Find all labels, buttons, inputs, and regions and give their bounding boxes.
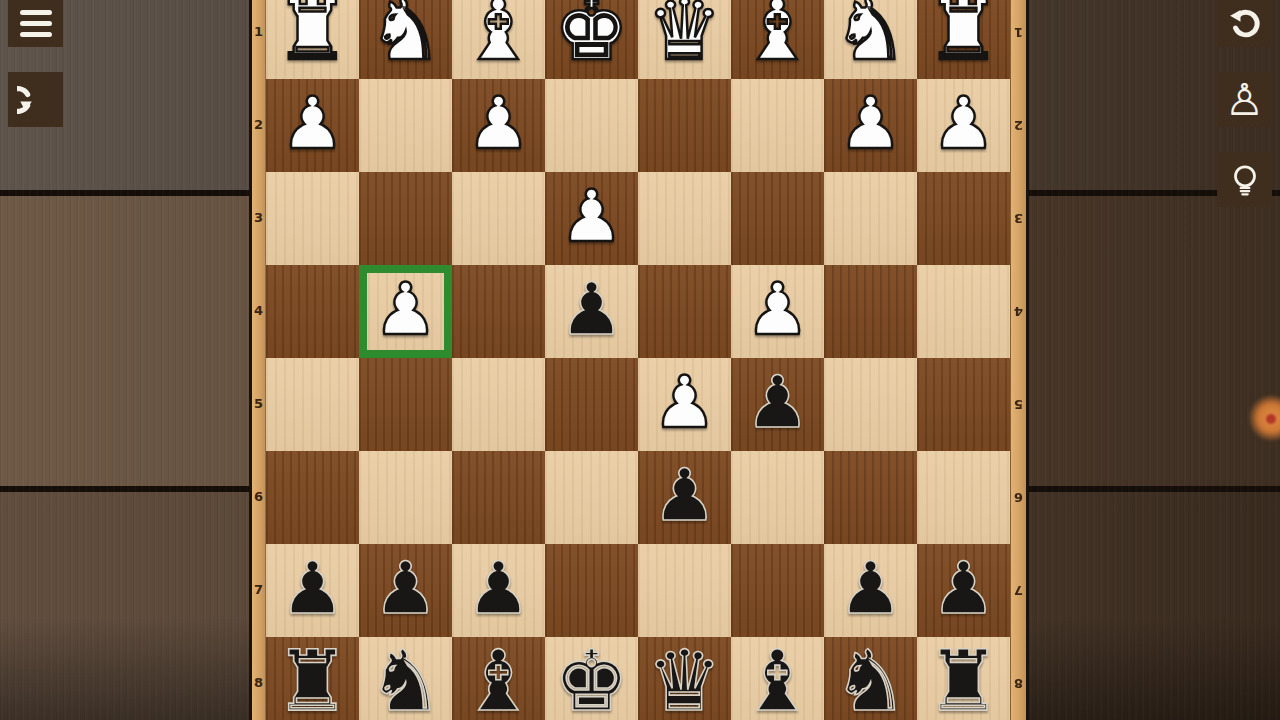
white-pawn-h2[interactable]: ♟ (280, 87, 345, 159)
rank-label-right-1: 1 (1011, 24, 1026, 40)
square-d7[interactable] (638, 544, 731, 637)
square-g7[interactable]: ♟ (359, 544, 452, 637)
square-f5[interactable] (452, 358, 545, 451)
square-g3[interactable] (359, 172, 452, 265)
undo-button[interactable] (1217, 0, 1272, 47)
square-e8[interactable]: ♚ (545, 637, 638, 720)
square-c3[interactable] (731, 172, 824, 265)
rank-label-left-5: 5 (252, 396, 265, 412)
white-rook-h1[interactable]: ♜ (275, 0, 350, 72)
app-screen: 12345678 12345678 ♜♞♝♚♛♝♞♜♟♟♟♟♟♟♟♟♟♟♟♟♟♟… (0, 0, 1280, 720)
black-pawn-e4[interactable]: ♟ (559, 273, 624, 345)
square-e2[interactable] (545, 79, 638, 172)
square-c7[interactable] (731, 544, 824, 637)
square-a2[interactable]: ♟ (917, 79, 1010, 172)
black-knight-g8[interactable]: ♞ (368, 639, 443, 720)
rank-label-left-7: 7 (252, 582, 265, 598)
board-frame-left: 12345678 (249, 0, 266, 720)
square-b7[interactable]: ♟ (824, 544, 917, 637)
square-f1[interactable]: ♝ (452, 0, 545, 79)
black-rook-h8[interactable]: ♜ (275, 639, 350, 720)
white-pawn-b2[interactable]: ♟ (838, 87, 903, 159)
square-f6[interactable] (452, 451, 545, 544)
rank-label-left-8: 8 (252, 675, 265, 691)
flip-board-button[interactable] (8, 72, 63, 127)
square-c8[interactable]: ♝ (731, 637, 824, 720)
white-pawn-icon: ♙ (1225, 78, 1264, 122)
white-pawn-d5[interactable]: ♟ (652, 366, 717, 438)
square-d1[interactable]: ♛ (638, 0, 731, 79)
square-h5[interactable] (266, 358, 359, 451)
rank-label-left-6: 6 (252, 489, 265, 505)
square-h8[interactable]: ♜ (266, 637, 359, 720)
piece-set-button[interactable]: ♙ (1217, 72, 1272, 127)
black-rook-a8[interactable]: ♜ (926, 639, 1001, 720)
undo-arrow-icon (1227, 5, 1263, 41)
black-pawn-d6[interactable]: ♟ (652, 459, 717, 531)
square-e5[interactable] (545, 358, 638, 451)
white-bishop-f1[interactable]: ♝ (461, 0, 536, 72)
square-d6[interactable]: ♟ (638, 451, 731, 544)
white-bishop-c1[interactable]: ♝ (740, 0, 815, 72)
white-pawn-e3[interactable]: ♟ (559, 180, 624, 252)
square-c4[interactable]: ♟ (731, 265, 824, 358)
square-b5[interactable] (824, 358, 917, 451)
square-h4[interactable] (266, 265, 359, 358)
square-f7[interactable]: ♟ (452, 544, 545, 637)
square-d8[interactable]: ♛ (638, 637, 731, 720)
white-pawn-g4[interactable]: ♟ (373, 273, 438, 345)
rank-label-right-6: 6 (1011, 489, 1026, 505)
black-pawn-f7[interactable]: ♟ (466, 552, 531, 624)
square-a7[interactable]: ♟ (917, 544, 1010, 637)
hint-button[interactable] (1217, 152, 1272, 207)
square-h2[interactable]: ♟ (266, 79, 359, 172)
black-bishop-f8[interactable]: ♝ (461, 639, 536, 720)
square-g1[interactable]: ♞ (359, 0, 452, 79)
white-knight-b1[interactable]: ♞ (833, 0, 908, 72)
square-e7[interactable] (545, 544, 638, 637)
rank-label-right-8: 8 (1011, 675, 1026, 691)
black-knight-b8[interactable]: ♞ (833, 639, 908, 720)
square-a3[interactable] (917, 172, 1010, 265)
square-a1[interactable]: ♜ (917, 0, 1010, 79)
square-f2[interactable]: ♟ (452, 79, 545, 172)
white-pawn-c4[interactable]: ♟ (745, 273, 810, 345)
square-e6[interactable] (545, 451, 638, 544)
white-queen-d1[interactable]: ♛ (647, 0, 722, 72)
square-c5[interactable]: ♟ (731, 358, 824, 451)
square-b1[interactable]: ♞ (824, 0, 917, 79)
board-frame-right: 12345678 (1010, 0, 1029, 720)
square-c2[interactable] (731, 79, 824, 172)
rank-label-left-2: 2 (252, 117, 265, 133)
square-b4[interactable] (824, 265, 917, 358)
square-a5[interactable] (917, 358, 1010, 451)
black-bishop-c8[interactable]: ♝ (740, 639, 815, 720)
menu-button[interactable] (8, 0, 63, 47)
square-d3[interactable] (638, 172, 731, 265)
square-a6[interactable] (917, 451, 1010, 544)
orange-light-dot-core (1266, 414, 1276, 424)
rank-label-left-1: 1 (252, 24, 265, 40)
rotate-icon (17, 81, 55, 119)
square-c1[interactable]: ♝ (731, 0, 824, 79)
square-a4[interactable] (917, 265, 1010, 358)
square-b3[interactable] (824, 172, 917, 265)
square-a8[interactable]: ♜ (917, 637, 1010, 720)
black-pawn-c5[interactable]: ♟ (745, 366, 810, 438)
square-g6[interactable] (359, 451, 452, 544)
square-g4[interactable]: ♟ (359, 265, 452, 358)
square-c6[interactable] (731, 451, 824, 544)
black-pawn-b7[interactable]: ♟ (838, 552, 903, 624)
square-h7[interactable]: ♟ (266, 544, 359, 637)
rank-label-right-7: 7 (1011, 582, 1026, 598)
square-e4[interactable]: ♟ (545, 265, 638, 358)
square-h6[interactable] (266, 451, 359, 544)
rank-label-right-4: 4 (1011, 303, 1026, 319)
square-d4[interactable] (638, 265, 731, 358)
square-b2[interactable]: ♟ (824, 79, 917, 172)
black-queen-d8[interactable]: ♛ (647, 639, 722, 720)
white-rook-a1[interactable]: ♜ (926, 0, 1001, 72)
white-knight-g1[interactable]: ♞ (368, 0, 443, 72)
square-h3[interactable] (266, 172, 359, 265)
rank-label-right-2: 2 (1011, 117, 1026, 133)
square-b6[interactable] (824, 451, 917, 544)
square-d5[interactable]: ♟ (638, 358, 731, 451)
black-king-e8[interactable]: ♚ (554, 639, 629, 720)
square-e3[interactable]: ♟ (545, 172, 638, 265)
white-pawn-a2[interactable]: ♟ (931, 87, 996, 159)
hamburger-icon (20, 10, 52, 37)
black-pawn-a7[interactable]: ♟ (931, 552, 996, 624)
square-g2[interactable] (359, 79, 452, 172)
square-b8[interactable]: ♞ (824, 637, 917, 720)
square-e1[interactable]: ♚ (545, 0, 638, 79)
square-f8[interactable]: ♝ (452, 637, 545, 720)
square-g8[interactable]: ♞ (359, 637, 452, 720)
rank-label-left-4: 4 (252, 303, 265, 319)
black-pawn-h7[interactable]: ♟ (280, 552, 345, 624)
square-d2[interactable] (638, 79, 731, 172)
square-h1[interactable]: ♜ (266, 0, 359, 79)
chess-board: ♜♞♝♚♛♝♞♜♟♟♟♟♟♟♟♟♟♟♟♟♟♟♟♟♜♞♝♚♛♝♞♜ (266, 0, 1010, 720)
black-pawn-g7[interactable]: ♟ (373, 552, 438, 624)
white-pawn-f2[interactable]: ♟ (466, 87, 531, 159)
white-king-e1[interactable]: ♚ (554, 0, 629, 72)
square-f3[interactable] (452, 172, 545, 265)
rank-label-right-5: 5 (1011, 396, 1026, 412)
rank-label-right-3: 3 (1011, 210, 1026, 226)
lightbulb-icon (1227, 162, 1263, 198)
square-f4[interactable] (452, 265, 545, 358)
rank-label-left-3: 3 (252, 210, 265, 226)
square-g5[interactable] (359, 358, 452, 451)
